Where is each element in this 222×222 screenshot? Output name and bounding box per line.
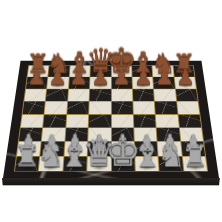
copper-pawn[interactable]: ♟	[48, 68, 67, 88]
copper-pawn[interactable]: ♟	[134, 68, 153, 88]
square-e7[interactable]: ♟	[111, 77, 131, 88]
square-f1[interactable]: ♝	[135, 156, 159, 171]
square-a7[interactable]: ♟	[26, 77, 48, 88]
copper-pawn[interactable]: ♟	[70, 68, 89, 88]
square-a4[interactable]	[21, 114, 44, 127]
square-c4[interactable]	[66, 114, 88, 127]
square-a6[interactable]	[24, 89, 46, 101]
product-photo-scene: ♜♞♝♛♚♝♞♜♟♟♟♟♟♟♟♟♟♟♟♟♟♟♟♟♜♞♝♛♚♝♞♜	[0, 0, 222, 222]
square-g7[interactable]: ♟	[153, 77, 174, 88]
square-f6[interactable]	[133, 89, 154, 101]
copper-pawn[interactable]: ♟	[176, 68, 195, 88]
square-e5[interactable]	[111, 102, 132, 114]
square-a1[interactable]: ♜	[15, 156, 40, 171]
square-g4[interactable]	[156, 114, 179, 127]
square-h6[interactable]	[176, 89, 198, 101]
silver-rook[interactable]: ♜	[13, 142, 40, 170]
square-c7[interactable]: ♟	[69, 77, 90, 88]
copper-pawn[interactable]: ♟	[27, 68, 46, 88]
square-b6[interactable]	[46, 89, 68, 101]
silver-rook[interactable]: ♜	[182, 142, 209, 170]
square-c1[interactable]: ♝	[63, 156, 87, 171]
copper-pawn[interactable]: ♟	[155, 68, 174, 88]
square-e6[interactable]	[111, 89, 132, 101]
copper-pawn[interactable]: ♟	[91, 68, 110, 88]
square-d1[interactable]: ♛	[87, 156, 110, 171]
chess-board: ♜♞♝♛♚♝♞♜♟♟♟♟♟♟♟♟♟♟♟♟♟♟♟♟♜♞♝♛♚♝♞♜	[3, 61, 219, 178]
board-edge-face	[2, 178, 220, 186]
square-c6[interactable]	[68, 89, 89, 101]
square-c5[interactable]	[67, 102, 89, 114]
silver-knight[interactable]: ♞	[37, 140, 65, 170]
square-h1[interactable]: ♜	[182, 156, 207, 171]
square-a5[interactable]	[23, 102, 46, 114]
square-e4[interactable]	[111, 114, 133, 127]
square-h5[interactable]	[177, 102, 200, 114]
square-b5[interactable]	[45, 102, 67, 114]
copper-pawn[interactable]: ♟	[112, 68, 131, 88]
square-g6[interactable]	[154, 89, 176, 101]
square-f7[interactable]: ♟	[132, 77, 153, 88]
square-h4[interactable]	[178, 114, 201, 127]
board-grid: ♜♞♝♛♚♝♞♜♟♟♟♟♟♟♟♟♟♟♟♟♟♟♟♟♜♞♝♛♚♝♞♜	[14, 65, 208, 171]
square-f4[interactable]	[134, 114, 156, 127]
square-d5[interactable]	[89, 102, 110, 114]
square-d6[interactable]	[90, 89, 111, 101]
square-b1[interactable]: ♞	[39, 156, 63, 171]
square-g1[interactable]: ♞	[159, 156, 183, 171]
square-b7[interactable]: ♟	[47, 77, 68, 88]
square-g5[interactable]	[155, 102, 177, 114]
square-f5[interactable]	[133, 102, 155, 114]
square-d4[interactable]	[89, 114, 111, 127]
square-b4[interactable]	[43, 114, 66, 127]
square-d7[interactable]: ♟	[90, 77, 110, 88]
square-h7[interactable]: ♟	[174, 77, 196, 88]
